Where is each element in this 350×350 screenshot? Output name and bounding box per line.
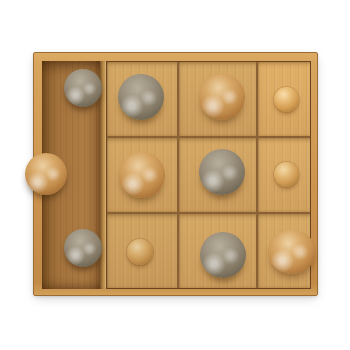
gray-ball[interactable] [200, 232, 246, 278]
tictactoe-grid [106, 61, 311, 289]
cell-r3c2[interactable] [179, 214, 256, 288]
cell-r3c3[interactable] [258, 214, 310, 288]
light-ball[interactable] [199, 74, 245, 120]
gray-ball[interactable] [199, 149, 245, 195]
product-photo-scene [0, 0, 350, 350]
empty-seat [274, 87, 299, 112]
cell-r1c2[interactable] [179, 62, 256, 136]
tray-light-ball-middle[interactable] [25, 153, 67, 195]
empty-seat [274, 162, 299, 187]
tray-gray-ball-bottom[interactable] [64, 229, 102, 267]
light-ball[interactable] [119, 152, 165, 198]
cell-r2c1[interactable] [107, 138, 177, 212]
gray-ball[interactable] [118, 74, 164, 120]
cell-r2c3[interactable] [258, 138, 310, 212]
ball-storage-channel [42, 61, 100, 289]
light-ball[interactable] [268, 230, 316, 274]
tray-gray-ball-top[interactable] [64, 69, 102, 107]
cell-r1c1[interactable] [107, 62, 177, 136]
tictactoe-tray [33, 52, 318, 296]
cell-r1c3[interactable] [258, 62, 310, 136]
empty-seat [127, 239, 153, 265]
cell-r2c2[interactable] [179, 138, 256, 212]
cell-r3c1[interactable] [107, 214, 177, 288]
